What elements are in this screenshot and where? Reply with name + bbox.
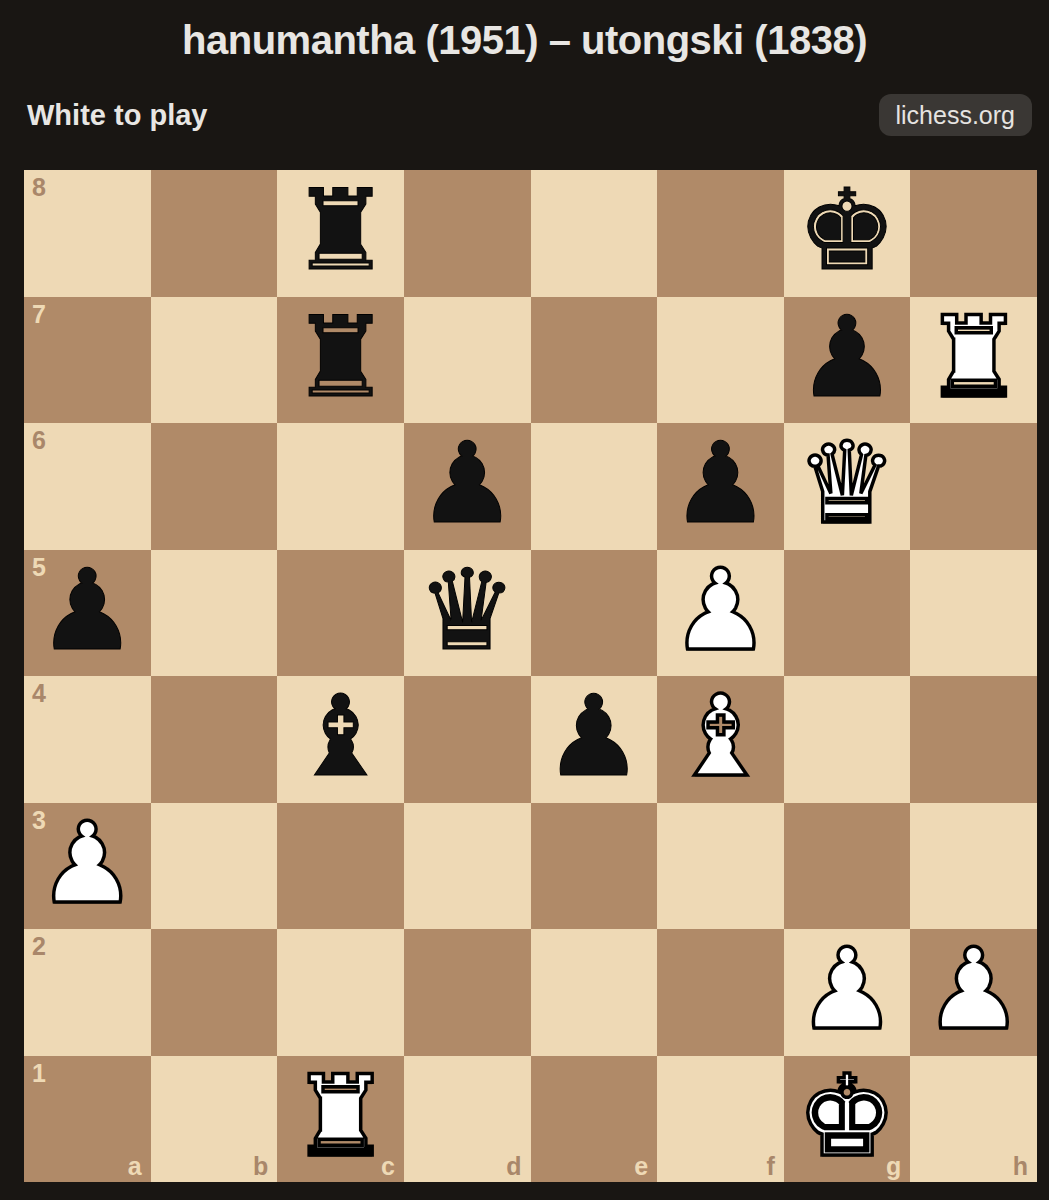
square-a5[interactable]: 5♟ — [24, 550, 151, 677]
square-e2[interactable] — [531, 929, 658, 1056]
square-c1[interactable]: c♜ — [277, 1056, 404, 1183]
square-b1[interactable]: b — [151, 1056, 278, 1183]
file-label-a: a — [128, 1152, 142, 1181]
square-a1[interactable]: 1a — [24, 1056, 151, 1183]
square-c8[interactable]: ♜ — [277, 170, 404, 297]
square-d3[interactable] — [404, 803, 531, 930]
square-h7[interactable]: ♜ — [910, 297, 1037, 424]
square-d6[interactable]: ♟ — [404, 423, 531, 550]
black-pawn-e4[interactable]: ♟ — [544, 680, 644, 792]
square-h6[interactable] — [910, 423, 1037, 550]
white-bishop-f4[interactable]: ♝ — [670, 680, 770, 792]
square-d4[interactable] — [404, 676, 531, 803]
square-c3[interactable] — [277, 803, 404, 930]
black-pawn-d6[interactable]: ♟ — [417, 427, 517, 539]
square-c5[interactable] — [277, 550, 404, 677]
square-a3[interactable]: 3♟ — [24, 803, 151, 930]
square-g2[interactable]: ♟ — [784, 929, 911, 1056]
turn-indicator: White to play — [27, 99, 207, 132]
square-e8[interactable] — [531, 170, 658, 297]
square-d8[interactable] — [404, 170, 531, 297]
file-label-h: h — [1013, 1152, 1028, 1181]
square-g1[interactable]: g♚ — [784, 1056, 911, 1183]
square-d1[interactable]: d — [404, 1056, 531, 1183]
square-f7[interactable] — [657, 297, 784, 424]
subheader: White to play lichess.org — [0, 92, 1049, 138]
square-g8[interactable]: ♚ — [784, 170, 911, 297]
square-f2[interactable] — [657, 929, 784, 1056]
black-king-g8[interactable]: ♚ — [797, 174, 897, 286]
square-a7[interactable]: 7 — [24, 297, 151, 424]
square-f5[interactable]: ♟ — [657, 550, 784, 677]
white-rook-h7[interactable]: ♜ — [923, 301, 1023, 413]
rank-label-7: 7 — [32, 300, 46, 329]
lichess-badge[interactable]: lichess.org — [879, 94, 1033, 136]
file-label-f: f — [766, 1152, 774, 1181]
rank-label-6: 6 — [32, 426, 46, 455]
square-h1[interactable]: h — [910, 1056, 1037, 1183]
square-f1[interactable]: f — [657, 1056, 784, 1183]
square-f3[interactable] — [657, 803, 784, 930]
square-e1[interactable]: e — [531, 1056, 658, 1183]
rank-label-2: 2 — [32, 932, 46, 961]
white-pawn-a3[interactable]: ♟ — [37, 807, 137, 919]
page-title: hanumantha (1951) – utongski (1838) — [0, 0, 1049, 64]
square-a2[interactable]: 2 — [24, 929, 151, 1056]
square-g7[interactable]: ♟ — [784, 297, 911, 424]
square-d2[interactable] — [404, 929, 531, 1056]
square-g5[interactable] — [784, 550, 911, 677]
square-a4[interactable]: 4 — [24, 676, 151, 803]
square-g4[interactable] — [784, 676, 911, 803]
black-rook-c7[interactable]: ♜ — [290, 301, 390, 413]
square-e3[interactable] — [531, 803, 658, 930]
black-bishop-c4[interactable]: ♝ — [290, 680, 390, 792]
black-pawn-a5[interactable]: ♟ — [37, 554, 137, 666]
white-queen-g6[interactable]: ♛ — [797, 427, 897, 539]
square-c7[interactable]: ♜ — [277, 297, 404, 424]
square-f8[interactable] — [657, 170, 784, 297]
black-pawn-g7[interactable]: ♟ — [797, 301, 897, 413]
square-b3[interactable] — [151, 803, 278, 930]
black-queen-d5[interactable]: ♛ — [417, 554, 517, 666]
square-e7[interactable] — [531, 297, 658, 424]
square-g3[interactable] — [784, 803, 911, 930]
square-c6[interactable] — [277, 423, 404, 550]
square-b4[interactable] — [151, 676, 278, 803]
square-d7[interactable] — [404, 297, 531, 424]
white-king-g1[interactable]: ♚ — [797, 1060, 897, 1172]
square-h3[interactable] — [910, 803, 1037, 930]
square-a8[interactable]: 8 — [24, 170, 151, 297]
file-label-d: d — [506, 1152, 521, 1181]
white-pawn-g2[interactable]: ♟ — [797, 933, 897, 1045]
square-b5[interactable] — [151, 550, 278, 677]
square-h4[interactable] — [910, 676, 1037, 803]
square-c4[interactable]: ♝ — [277, 676, 404, 803]
black-rook-c8[interactable]: ♜ — [290, 174, 390, 286]
square-e5[interactable] — [531, 550, 658, 677]
white-rook-c1[interactable]: ♜ — [290, 1060, 390, 1172]
square-b6[interactable] — [151, 423, 278, 550]
black-pawn-f6[interactable]: ♟ — [670, 427, 770, 539]
square-b7[interactable] — [151, 297, 278, 424]
rank-label-4: 4 — [32, 679, 46, 708]
white-pawn-f5[interactable]: ♟ — [670, 554, 770, 666]
square-b2[interactable] — [151, 929, 278, 1056]
rank-label-1: 1 — [32, 1059, 46, 1088]
file-label-b: b — [253, 1152, 268, 1181]
square-a6[interactable]: 6 — [24, 423, 151, 550]
square-h5[interactable] — [910, 550, 1037, 677]
square-e6[interactable] — [531, 423, 658, 550]
square-b8[interactable] — [151, 170, 278, 297]
square-h8[interactable] — [910, 170, 1037, 297]
square-f6[interactable]: ♟ — [657, 423, 784, 550]
file-label-e: e — [634, 1152, 648, 1181]
square-c2[interactable] — [277, 929, 404, 1056]
rank-label-8: 8 — [32, 173, 46, 202]
chess-board: 8♜♚7♜♟♜6♟♟♛5♟♛♟4♝♟♝3♟2♟♟1abc♜defg♚h — [24, 170, 1037, 1182]
square-e4[interactable]: ♟ — [531, 676, 658, 803]
square-h2[interactable]: ♟ — [910, 929, 1037, 1056]
square-f4[interactable]: ♝ — [657, 676, 784, 803]
square-d5[interactable]: ♛ — [404, 550, 531, 677]
square-g6[interactable]: ♛ — [784, 423, 911, 550]
white-pawn-h2[interactable]: ♟ — [923, 933, 1023, 1045]
